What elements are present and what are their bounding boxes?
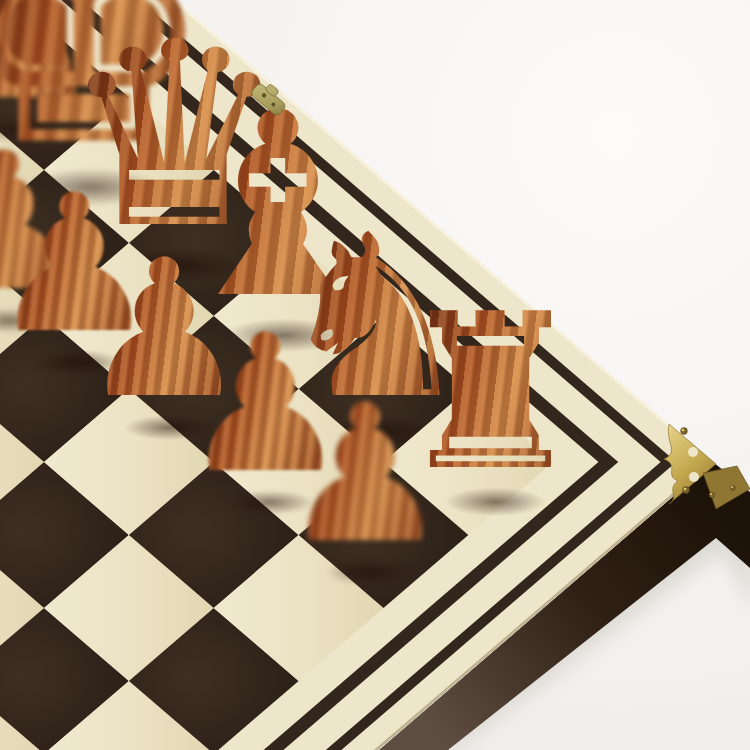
chess-set-photo: ♟♟♚♟♛♟♝♟♞♟♜ [0, 0, 750, 750]
brass-corner-side-wrap [703, 466, 750, 509]
pawn-glyph: ♟ [280, 380, 450, 570]
chess-board: ♟♟♚♟♛♟♝♟♞♟♜ [0, 0, 713, 750]
